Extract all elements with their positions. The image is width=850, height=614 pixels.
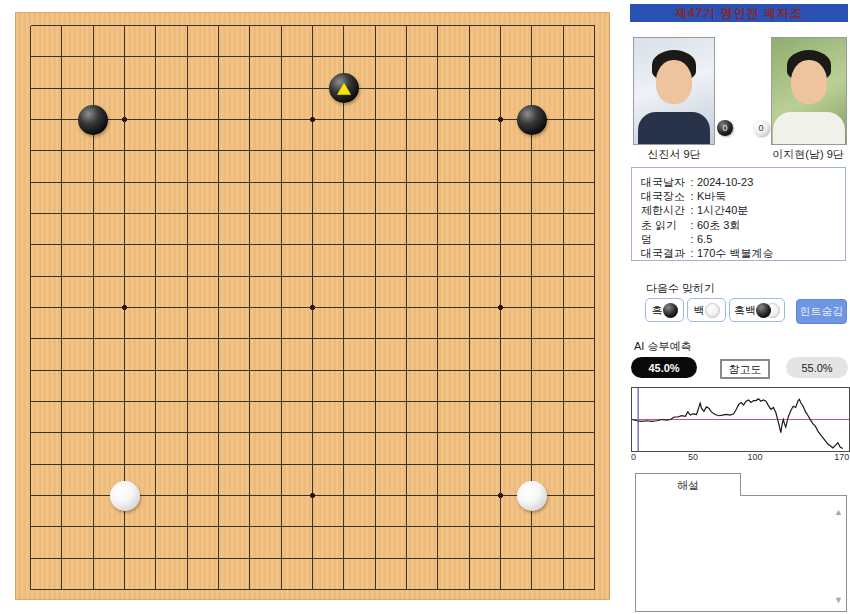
title-bar: 제47기 명인전 패자조: [630, 4, 848, 22]
portrait-face: [791, 60, 827, 104]
info-value: 60초 3회: [697, 219, 740, 231]
black-captures-value: 0: [722, 123, 727, 133]
black-white-stones-icon: [756, 303, 780, 318]
info-value: 6.5: [697, 233, 712, 245]
info-row: 대국결과:170수 백불계승: [641, 246, 845, 260]
hint-toggle-label: 힌트숨김: [800, 304, 844, 319]
info-separator: :: [687, 175, 697, 189]
info-value: 2024-10-23: [697, 176, 753, 188]
white-player-photo: [771, 37, 847, 145]
page-title: 제47기 명인전 패자조: [675, 5, 803, 22]
stones-layer: [30, 25, 595, 590]
go-board[interactable]: [15, 12, 610, 600]
ai-prediction-heading: AI 승부예측: [634, 339, 691, 354]
guess-black-button[interactable]: 흑: [645, 298, 684, 322]
info-value: 170수 백불계승: [697, 247, 773, 259]
winrate-graph-canvas: [632, 388, 849, 451]
commentary-panel: ▲ ▼: [635, 495, 847, 612]
info-row: 대국날자:2024-10-23: [641, 175, 845, 189]
portrait-shirt: [773, 112, 845, 144]
info-label: 제한시간: [641, 203, 687, 217]
info-separator: :: [687, 218, 697, 232]
black-stone: [78, 105, 108, 135]
last-move-marker: [337, 83, 351, 95]
x-tick-label: 0: [631, 452, 636, 462]
x-tick-label: 50: [688, 452, 698, 462]
info-row: 덤:6.5: [641, 232, 845, 246]
hint-toggle-button[interactable]: 힌트숨김: [796, 299, 847, 324]
page: 제47기 명인전 패자조 0 0 신진서 9단 이지현(남) 9단 대국날자:2…: [0, 0, 850, 614]
next-move-heading: 다음수 맞히기: [646, 281, 715, 296]
x-tick-label: 170: [834, 452, 849, 462]
black-player-photo: [633, 37, 715, 145]
white-winrate-pill: 55.0%: [786, 357, 848, 378]
info-value: K바둑: [697, 190, 726, 202]
scroll-up-icon[interactable]: ▲: [834, 508, 843, 517]
guess-both-button[interactable]: 흑백: [729, 298, 785, 322]
info-label: 대국결과: [641, 246, 687, 260]
guess-white-button[interactable]: 백: [687, 298, 726, 322]
info-separator: :: [687, 189, 697, 203]
reference-diagram-button[interactable]: 참고도: [720, 359, 770, 379]
guess-button-label: 흑백: [734, 303, 756, 318]
reference-diagram-label: 참고도: [729, 362, 762, 377]
white-winrate-value: 55.0%: [801, 362, 832, 374]
info-row: 제한시간:1시간40분: [641, 203, 845, 217]
commentary-tab[interactable]: 해설: [635, 473, 741, 496]
graph-x-axis: 050100170: [631, 452, 850, 464]
black-captures-counter: 0: [717, 120, 733, 136]
black-player-name: 신진서 9단: [626, 147, 722, 162]
portrait-face: [656, 60, 692, 104]
info-separator: :: [687, 246, 697, 260]
white-stone-icon: [705, 303, 720, 318]
scroll-down-icon[interactable]: ▼: [834, 596, 843, 605]
white-captures-counter: 0: [753, 120, 769, 136]
info-separator: :: [687, 232, 697, 246]
info-label: 초 읽기: [641, 218, 687, 232]
info-label: 덤: [641, 232, 687, 246]
commentary-tab-label: 해설: [677, 478, 699, 493]
info-row: 대국장소:K바둑: [641, 189, 845, 203]
board-grid: [30, 25, 595, 590]
black-stone: [329, 73, 359, 103]
info-label: 대국장소: [641, 189, 687, 203]
white-player-name: 이지현(남) 9단: [760, 147, 850, 162]
info-label: 대국날자: [641, 175, 687, 189]
x-tick-label: 100: [747, 452, 762, 462]
winrate-series: [632, 399, 843, 449]
black-winrate-value: 45.0%: [648, 362, 679, 374]
black-stone-icon: [663, 303, 678, 318]
white-stone: [517, 481, 547, 511]
guess-button-label: 흑: [652, 303, 663, 318]
info-value: 1시간40분: [697, 204, 748, 216]
black-winrate-pill: 45.0%: [631, 357, 697, 378]
game-info-box: 대국날자:2024-10-23대국장소:K바둑제한시간:1시간40분초 읽기:6…: [631, 167, 846, 261]
portrait-suit: [638, 112, 710, 144]
info-row: 초 읽기:60초 3회: [641, 218, 845, 232]
white-captures-value: 0: [758, 123, 763, 133]
white-stone: [110, 481, 140, 511]
guess-button-label: 백: [694, 303, 705, 318]
winrate-graph[interactable]: [631, 387, 850, 452]
black-stone: [517, 105, 547, 135]
info-separator: :: [687, 203, 697, 217]
